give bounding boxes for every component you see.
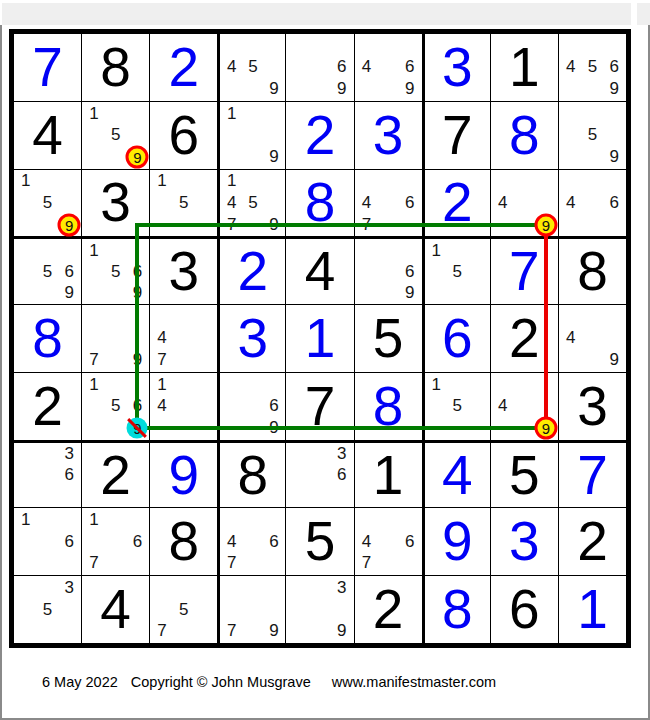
- pencil-mark-2: [242, 171, 263, 193]
- pencil-mark-4: 4: [356, 192, 378, 214]
- pencil-mark-4: 4: [356, 57, 378, 79]
- pencil-mark-8: [105, 146, 127, 168]
- pencil-mark-2: [173, 577, 195, 599]
- cell-value-given: 3: [168, 244, 199, 299]
- sudoku-cell-r7c7[interactable]: 4: [423, 441, 490, 508]
- pencil-mark-8: [242, 146, 263, 168]
- sudoku-cell-r7c1[interactable]: 36: [14, 441, 81, 508]
- pencil-mark-3: [603, 103, 625, 125]
- pencil-mark-5: 5: [105, 261, 127, 282]
- sudoku-cell-r4c4[interactable]: 2: [218, 237, 285, 304]
- pencil-mark-4: [287, 599, 309, 621]
- pencil-mark-5: [377, 261, 399, 282]
- pencil-mark-2: [37, 240, 59, 261]
- pencil-mark-4: [15, 531, 37, 553]
- pencil-grid: 569: [15, 240, 80, 303]
- pencil-mark-5: 5: [37, 599, 59, 621]
- pencil-mark-7: [287, 486, 309, 507]
- sudoku-cell-r3c1[interactable]: 159: [14, 170, 81, 237]
- cell-value-given: 4: [32, 108, 63, 163]
- pencil-mark-7: 7: [356, 553, 378, 575]
- sudoku-cell-r8c3[interactable]: 8: [150, 508, 217, 575]
- sudoku-cell-r1c4[interactable]: 459: [218, 34, 285, 101]
- sudoku-cell-r6c6[interactable]: 8: [355, 373, 422, 440]
- sudoku-cell-r6c1[interactable]: 2: [14, 373, 81, 440]
- pencil-mark-2: [173, 306, 195, 328]
- cell-value-solved: 3: [238, 311, 269, 366]
- pencil-mark-9: [468, 282, 489, 303]
- pencil-grid: 467: [356, 171, 421, 236]
- sudoku-cell-r5c1[interactable]: 8: [14, 305, 81, 372]
- sudoku-cell-r4c3[interactable]: 3: [150, 237, 217, 304]
- pencil-mark-8: [105, 553, 127, 575]
- pencil-mark-3: [195, 171, 217, 193]
- sudoku-cell-r7c3[interactable]: 9: [150, 441, 217, 508]
- pencil-grid: 47: [151, 306, 216, 371]
- pencil-mark-8: [242, 417, 263, 439]
- pencil-mark-8: [582, 214, 604, 236]
- pencil-mark-7: [221, 146, 242, 168]
- cell-value-given: 8: [238, 448, 269, 503]
- sudoku-cell-r8c2[interactable]: 167: [82, 508, 149, 575]
- pencil-mark-4: 4: [221, 531, 242, 553]
- pencil-mark-4: 4: [356, 531, 378, 553]
- cell-value-solved: 2: [238, 244, 269, 299]
- sudoku-cell-r8c8[interactable]: 3: [491, 508, 558, 575]
- pencil-grid: 1569: [83, 374, 148, 439]
- sudoku-cell-r2c3[interactable]: 6: [150, 102, 217, 169]
- sudoku-cell-r4c7[interactable]: 15: [423, 237, 490, 304]
- pencil-mark-7: [15, 620, 37, 642]
- sudoku-cell-r4c5[interactable]: 4: [286, 237, 353, 304]
- pencil-mark-5: [582, 328, 604, 350]
- pencil-mark-9: 9: [127, 282, 149, 303]
- sudoku-cell-r1c6[interactable]: 469: [355, 34, 422, 101]
- pencil-mark-3: [58, 171, 80, 193]
- pencil-grid: 69: [221, 374, 284, 439]
- pencil-grid: 49: [492, 374, 557, 439]
- pencil-mark-9: [58, 486, 80, 507]
- pencil-mark-7: [287, 78, 309, 100]
- pencil-mark-6: 6: [263, 395, 284, 417]
- window-top-band: [2, 3, 631, 25]
- pencil-mark-4: [560, 124, 582, 146]
- sudoku-cell-r1c3[interactable]: 2: [150, 34, 217, 101]
- pencil-mark-3: [468, 240, 489, 261]
- pencil-mark-6: 6: [127, 531, 149, 553]
- sudoku-cell-r6c8[interactable]: 49: [491, 373, 558, 440]
- sudoku-cell-r9c1[interactable]: 35: [14, 576, 81, 643]
- pencil-mark-2: [242, 103, 263, 125]
- pencil-grid: 15: [426, 374, 489, 439]
- pencil-mark-7: [492, 417, 514, 439]
- pencil-mark-3: [535, 374, 557, 396]
- pencil-mark-7: [151, 417, 173, 439]
- pencil-grid: 69: [287, 35, 352, 100]
- pencil-mark-6: 6: [331, 57, 353, 79]
- pencil-mark-2: [37, 171, 59, 193]
- pencil-mark-9: [263, 553, 284, 575]
- sudoku-cell-r2c1[interactable]: 4: [14, 102, 81, 169]
- pencil-mark-8: [173, 214, 195, 236]
- pencil-mark-1: [492, 171, 514, 193]
- sudoku-cell-r6c5[interactable]: 7: [286, 373, 353, 440]
- window-top-band-right: [637, 3, 650, 25]
- sudoku-cell-r1c2[interactable]: 8: [82, 34, 149, 101]
- pencil-mark-6: [127, 124, 149, 146]
- pencil-mark-9: 9: [603, 78, 625, 100]
- footer-copyright: Copyright © John Musgrave: [131, 674, 311, 690]
- sudoku-cell-r9c8[interactable]: 6: [491, 576, 558, 643]
- pencil-mark-8: [173, 620, 195, 642]
- pencil-mark-6: [195, 328, 217, 350]
- pencil-mark-6: 6: [127, 261, 149, 282]
- cell-value-given: 4: [100, 582, 131, 637]
- pencil-mark-7: [356, 282, 378, 303]
- sudoku-cell-r7c4[interactable]: 8: [218, 441, 285, 508]
- pencil-mark-5: 5: [105, 395, 127, 417]
- sudoku-cell-r9c5[interactable]: 39: [286, 576, 353, 643]
- pencil-mark-5: 5: [582, 57, 604, 79]
- cell-value-solved: 8: [32, 311, 63, 366]
- pencil-mark-3: [58, 240, 80, 261]
- pencil-mark-2: [105, 306, 127, 328]
- sudoku-cell-r6c4[interactable]: 69: [218, 373, 285, 440]
- sudoku-cell-r4c1[interactable]: 569: [14, 237, 81, 304]
- sudoku-cell-r3c3[interactable]: 15: [150, 170, 217, 237]
- sudoku-cell-r2c2[interactable]: 159: [82, 102, 149, 169]
- pencil-mark-6: 6: [58, 261, 80, 282]
- sudoku-cell-r5c3[interactable]: 47: [150, 305, 217, 372]
- pencil-mark-1: 1: [15, 171, 37, 193]
- pencil-mark-1: 1: [83, 374, 105, 396]
- pencil-mark-1: [15, 240, 37, 261]
- sudoku-cell-r3c7[interactable]: 2: [423, 170, 490, 237]
- pencil-grid: 49: [492, 171, 557, 236]
- pencil-grid: 35: [15, 577, 80, 642]
- sudoku-cell-r4c8[interactable]: 7: [491, 237, 558, 304]
- pencil-mark-6: [263, 124, 284, 146]
- pencil-mark-2: [582, 103, 604, 125]
- pencil-mark-5: [105, 328, 127, 350]
- sudoku-cell-r8c4[interactable]: 467: [218, 508, 285, 575]
- pencil-mark-6: [468, 261, 489, 282]
- pencil-mark-5: [173, 328, 195, 350]
- pencil-mark-6: [127, 328, 149, 350]
- sudoku-cell-r1c5[interactable]: 69: [286, 34, 353, 101]
- pencil-mark-7: 7: [151, 349, 173, 371]
- pencil-mark-3: [263, 577, 284, 599]
- pencil-mark-6: [603, 124, 625, 146]
- pencil-mark-5: [377, 57, 399, 79]
- pencil-grid: 1569: [83, 240, 148, 303]
- pencil-grid: 159: [83, 103, 148, 168]
- pencil-mark-6: 6: [603, 192, 625, 214]
- pencil-mark-8: [377, 214, 399, 236]
- cell-value-given: 8: [100, 40, 131, 95]
- pencil-mark-9: 9: [263, 417, 284, 439]
- pencil-mark-2: [105, 103, 127, 125]
- sudoku-cell-r2c7[interactable]: 7: [423, 102, 490, 169]
- pencil-mark-8: [582, 349, 604, 371]
- sudoku-cell-r2c9[interactable]: 59: [559, 102, 626, 169]
- pencil-mark-1: [221, 577, 242, 599]
- sudoku-cell-r3c2[interactable]: 3: [82, 170, 149, 237]
- pencil-mark-3: [535, 171, 557, 193]
- sudoku-cell-r7c8[interactable]: 5: [491, 441, 558, 508]
- pencil-mark-3: [399, 35, 421, 57]
- pencil-mark-7: [356, 78, 378, 100]
- sudoku-cell-r8c6[interactable]: 467: [355, 508, 422, 575]
- pencil-mark-4: [287, 465, 309, 486]
- pencil-mark-4: [83, 395, 105, 417]
- pencil-mark-7: [15, 486, 37, 507]
- pencil-mark-8: [309, 620, 331, 642]
- cell-value-given: 7: [442, 108, 473, 163]
- pencil-mark-9: 9: [399, 78, 421, 100]
- pencil-mark-7: [83, 417, 105, 439]
- pencil-mark-2: [377, 35, 399, 57]
- pencil-mark-5: 5: [173, 192, 195, 214]
- pencil-mark-7: 7: [83, 349, 105, 371]
- pencil-mark-1: [221, 35, 242, 57]
- sudoku-cell-r3c6[interactable]: 467: [355, 170, 422, 237]
- sudoku-cell-r8c5[interactable]: 5: [286, 508, 353, 575]
- pencil-mark-9: [331, 486, 353, 507]
- pencil-mark-2: [513, 171, 535, 193]
- pencil-mark-1: [356, 171, 378, 193]
- sudoku-cell-r7c6[interactable]: 1: [355, 441, 422, 508]
- pencil-mark-4: [426, 261, 447, 282]
- sudoku-cell-r8c9[interactable]: 2: [559, 508, 626, 575]
- sudoku-cell-r6c9[interactable]: 3: [559, 373, 626, 440]
- pencil-mark-3: 3: [58, 444, 80, 465]
- cell-value-given: 6: [168, 108, 199, 163]
- pencil-mark-9: [195, 214, 217, 236]
- pencil-mark-6: 6: [58, 531, 80, 553]
- pencil-mark-6: [195, 192, 217, 214]
- sudoku-cell-r3c8[interactable]: 49: [491, 170, 558, 237]
- pencil-grid: 467: [356, 509, 421, 574]
- pencil-mark-7: 7: [356, 214, 378, 236]
- pencil-mark-6: [58, 192, 80, 214]
- pencil-mark-2: [37, 444, 59, 465]
- pencil-mark-7: [151, 214, 173, 236]
- pencil-mark-6: [468, 395, 489, 417]
- pencil-mark-9: [127, 553, 149, 575]
- pencil-mark-7: [560, 78, 582, 100]
- pencil-mark-1: 1: [221, 171, 242, 193]
- pencil-mark-8: [377, 553, 399, 575]
- sudoku-cell-r1c1[interactable]: 7: [14, 34, 81, 101]
- cell-value-given: 2: [577, 514, 608, 569]
- sudoku-cell-r2c5[interactable]: 2: [286, 102, 353, 169]
- pencil-mark-8: [242, 553, 263, 575]
- cell-value-given: 1: [509, 40, 540, 95]
- pencil-mark-9: [399, 553, 421, 575]
- sudoku-cell-r7c5[interactable]: 36: [286, 441, 353, 508]
- pencil-mark-3: 3: [331, 577, 353, 599]
- sudoku-cell-r6c2[interactable]: 1569: [82, 373, 149, 440]
- sudoku-cell-r2c4[interactable]: 19: [218, 102, 285, 169]
- sudoku-cell-r6c7[interactable]: 15: [423, 373, 490, 440]
- pencil-mark-8: [105, 349, 127, 371]
- sudoku-cell-r5c2[interactable]: 79: [82, 305, 149, 372]
- pencil-mark-1: 1: [151, 374, 173, 396]
- pencil-mark-1: 1: [83, 240, 105, 261]
- pencil-mark-8: [582, 78, 604, 100]
- pencil-mark-1: [287, 35, 309, 57]
- sudoku-cell-r8c1[interactable]: 16: [14, 508, 81, 575]
- sudoku-board: 7824596946931456941596192378591593151457…: [9, 29, 631, 648]
- pencil-mark-9: 9: [331, 78, 353, 100]
- pencil-mark-8: [105, 282, 127, 303]
- pencil-grid: 36: [287, 444, 352, 507]
- pencil-mark-1: [15, 577, 37, 599]
- pencil-mark-6: [58, 599, 80, 621]
- pencil-grid: 39: [287, 577, 352, 642]
- sudoku-cell-r4c2[interactable]: 1569: [82, 237, 149, 304]
- pencil-mark-8: [309, 78, 331, 100]
- cell-value-given: 6: [509, 582, 540, 637]
- sudoku-cell-r1c9[interactable]: 4569: [559, 34, 626, 101]
- pencil-mark-9: [603, 214, 625, 236]
- pencil-mark-4: [356, 261, 378, 282]
- pencil-mark-8: [513, 417, 535, 439]
- window-edge-left: [0, 25, 2, 720]
- pencil-grid: 467: [221, 509, 284, 574]
- pencil-mark-5: 5: [37, 192, 59, 214]
- pencil-grid: 49: [560, 306, 625, 371]
- pencil-mark-6: 6: [603, 57, 625, 79]
- pencil-mark-1: 1: [221, 103, 242, 125]
- cell-value-solved: 8: [509, 108, 540, 163]
- pencil-mark-2: [582, 306, 604, 328]
- sudoku-cell-r2c8[interactable]: 8: [491, 102, 558, 169]
- pencil-grid: 69: [356, 240, 421, 303]
- sudoku-cell-r7c2[interactable]: 2: [82, 441, 149, 508]
- pencil-mark-4: [426, 395, 447, 417]
- pencil-mark-7: [560, 349, 582, 371]
- sudoku-cell-r5c8[interactable]: 2: [491, 305, 558, 372]
- pencil-mark-4: [15, 192, 37, 214]
- pencil-mark-4: [221, 124, 242, 146]
- pencil-mark-5: [37, 465, 59, 486]
- pencil-mark-2: [582, 35, 604, 57]
- pencil-grid: 16: [15, 509, 80, 574]
- cell-value-given: 2: [32, 379, 63, 434]
- pencil-mark-4: 4: [560, 57, 582, 79]
- pencil-mark-1: [356, 240, 378, 261]
- pencil-mark-1: 1: [15, 509, 37, 531]
- sudoku-cell-r4c6[interactable]: 69: [355, 237, 422, 304]
- pencil-mark-5: [37, 531, 59, 553]
- pencil-mark-6: [263, 599, 284, 621]
- pencil-mark-5: [582, 192, 604, 214]
- pencil-mark-2: [309, 577, 331, 599]
- cell-value-given: 5: [305, 514, 336, 569]
- sudoku-cell-r5c9[interactable]: 49: [559, 305, 626, 372]
- pencil-mark-1: [560, 103, 582, 125]
- pencil-mark-7: [560, 214, 582, 236]
- pencil-mark-2: [242, 374, 263, 396]
- pencil-mark-4: 4: [221, 192, 242, 214]
- pencil-mark-6: [263, 57, 284, 79]
- pencil-mark-9: 9: [263, 78, 284, 100]
- pencil-mark-2: [242, 577, 263, 599]
- pencil-mark-1: [560, 171, 582, 193]
- sudoku-cell-r9c7[interactable]: 8: [423, 576, 490, 643]
- pencil-grid: 79: [83, 306, 148, 371]
- pencil-grid: 36: [15, 444, 80, 507]
- pencil-mark-1: [356, 35, 378, 57]
- sudoku-cell-r3c5[interactable]: 8: [286, 170, 353, 237]
- pencil-mark-9: [58, 620, 80, 642]
- pencil-mark-3: [399, 171, 421, 193]
- pencil-mark-1: [221, 374, 242, 396]
- sudoku-cell-r5c6[interactable]: 5: [355, 305, 422, 372]
- pencil-mark-2: [309, 444, 331, 465]
- pencil-mark-2: [513, 374, 535, 396]
- sudoku-cell-r8c7[interactable]: 9: [423, 508, 490, 575]
- pencil-mark-2: [582, 171, 604, 193]
- pencil-mark-2: [37, 577, 59, 599]
- pencil-mark-5: [242, 124, 263, 146]
- sudoku-cell-r9c2[interactable]: 4: [82, 576, 149, 643]
- pencil-mark-1: 1: [426, 374, 447, 396]
- pencil-mark-3: 3: [58, 577, 80, 599]
- sudoku-cell-r3c4[interactable]: 14579: [218, 170, 285, 237]
- pencil-mark-5: 5: [37, 261, 59, 282]
- pencil-mark-3: [127, 509, 149, 531]
- pencil-mark-3: [263, 171, 284, 193]
- sudoku-cell-r1c8[interactable]: 1: [491, 34, 558, 101]
- pencil-mark-8: [37, 553, 59, 575]
- pencil-mark-7: 7: [221, 553, 242, 575]
- pencil-mark-1: 1: [83, 103, 105, 125]
- pencil-mark-1: [492, 374, 514, 396]
- sudoku-cell-r7c9[interactable]: 7: [559, 441, 626, 508]
- sudoku-cell-r2c6[interactable]: 3: [355, 102, 422, 169]
- pencil-mark-9: 9: [535, 214, 557, 236]
- pencil-grid: 167: [83, 509, 148, 574]
- pencil-mark-3: [603, 171, 625, 193]
- pencil-mark-9: [58, 553, 80, 575]
- pencil-mark-5: [242, 395, 263, 417]
- sudoku-cell-r3c9[interactable]: 46: [559, 170, 626, 237]
- pencil-mark-3: [127, 103, 149, 125]
- pencil-mark-9: 9: [263, 620, 284, 642]
- pencil-grid: 4569: [560, 35, 625, 100]
- pencil-mark-4: [83, 328, 105, 350]
- pencil-mark-4: 4: [560, 192, 582, 214]
- sudoku-cell-r5c5[interactable]: 1: [286, 305, 353, 372]
- sudoku-cell-r4c9[interactable]: 8: [559, 237, 626, 304]
- pencil-mark-4: 4: [560, 328, 582, 350]
- pencil-grid: 159: [15, 171, 80, 236]
- sudoku-cell-r6c3[interactable]: 14: [150, 373, 217, 440]
- sudoku-cell-r9c6[interactable]: 2: [355, 576, 422, 643]
- sudoku-cell-r9c4[interactable]: 79: [218, 576, 285, 643]
- sudoku-cell-r9c3[interactable]: 57: [150, 576, 217, 643]
- pencil-mark-2: [377, 509, 399, 531]
- sudoku-cell-r5c4[interactable]: 3: [218, 305, 285, 372]
- sudoku-cell-r9c9[interactable]: 1: [559, 576, 626, 643]
- pencil-mark-4: [83, 531, 105, 553]
- sudoku-cell-r1c7[interactable]: 3: [423, 34, 490, 101]
- pencil-grid: 469: [356, 35, 421, 100]
- sudoku-cell-r5c7[interactable]: 6: [423, 305, 490, 372]
